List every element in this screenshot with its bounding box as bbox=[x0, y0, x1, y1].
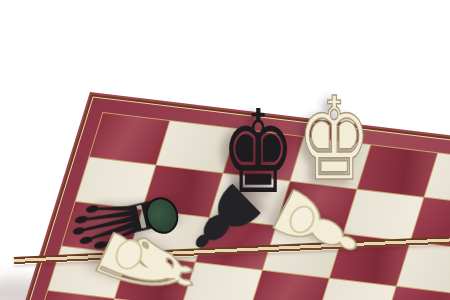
photo-stage: ♚♚♛♟♟♞ bbox=[0, 0, 450, 300]
board-square-r0c0 bbox=[90, 113, 170, 164]
piece-white-king: ♚ bbox=[297, 82, 371, 197]
